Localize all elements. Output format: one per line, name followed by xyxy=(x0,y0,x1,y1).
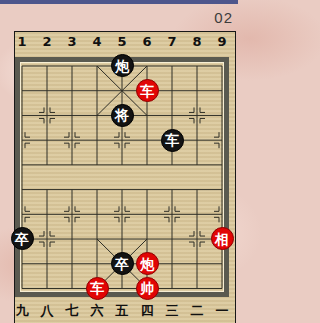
xiangqi-board: 123456789 炮车将车卒相卒炮车帅 九八七六五四三二一 xyxy=(14,31,236,323)
piece-black-soldier[interactable]: 卒 xyxy=(111,252,134,275)
file-numeral: 九 xyxy=(10,303,35,319)
file-number: 2 xyxy=(35,34,60,50)
file-number: 1 xyxy=(10,34,35,50)
piece-black-cannon[interactable]: 炮 xyxy=(111,54,134,77)
file-numeral: 七 xyxy=(60,303,85,319)
piece-red-chariot[interactable]: 车 xyxy=(86,277,109,300)
file-numbers-top: 123456789 xyxy=(10,34,235,50)
file-numeral: 四 xyxy=(135,303,160,319)
piece-black-general[interactable]: 将 xyxy=(111,104,134,127)
file-numeral: 五 xyxy=(110,303,135,319)
pieces-layer: 炮车将车卒相卒炮车帅 xyxy=(10,54,235,301)
puzzle-number-label: 02 xyxy=(214,9,233,26)
piece-red-chariot[interactable]: 车 xyxy=(136,79,159,102)
file-numeral: 六 xyxy=(85,303,110,319)
file-numerals-bottom: 九八七六五四三二一 xyxy=(10,303,235,319)
piece-black-chariot[interactable]: 车 xyxy=(161,129,184,152)
file-number: 8 xyxy=(185,34,210,50)
file-number: 4 xyxy=(85,34,110,50)
file-number: 9 xyxy=(210,34,235,50)
file-number: 3 xyxy=(60,34,85,50)
piece-black-soldier[interactable]: 卒 xyxy=(11,227,34,250)
piece-red-cannon[interactable]: 炮 xyxy=(136,252,159,275)
file-numeral: 二 xyxy=(185,303,210,319)
window-top-bar xyxy=(0,0,238,4)
piece-red-general[interactable]: 帅 xyxy=(136,277,159,300)
piece-red-elephant[interactable]: 相 xyxy=(211,227,234,250)
file-number: 6 xyxy=(135,34,160,50)
file-numeral: 三 xyxy=(160,303,185,319)
file-number: 5 xyxy=(110,34,135,50)
file-numeral: 一 xyxy=(210,303,235,319)
file-numeral: 八 xyxy=(35,303,60,319)
file-number: 7 xyxy=(160,34,185,50)
